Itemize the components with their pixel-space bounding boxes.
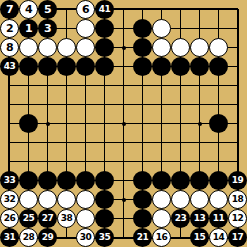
white-stone [171,38,190,57]
point-J13[interactable] [152,0,171,19]
point-H10[interactable] [133,57,152,76]
point-B1[interactable]: 28 [19,228,38,247]
point-A4[interactable]: 33 [0,171,19,190]
point-J1[interactable]: 16 [152,228,171,247]
black-stone [133,171,152,190]
point-K8[interactable] [171,95,190,114]
white-stone: 4 [19,0,38,19]
grid-line-vertical [218,9,219,19]
point-D11[interactable] [57,38,76,57]
point-B2[interactable]: 25 [19,209,38,228]
point-L7[interactable] [190,114,209,133]
point-A5[interactable] [0,152,19,171]
point-G10[interactable] [114,57,133,76]
point-C7[interactable] [38,114,57,133]
point-A2[interactable]: 26 [0,209,19,228]
point-A13[interactable]: 7 [0,0,19,19]
black-stone: 33 [0,171,19,190]
point-B8[interactable] [19,95,38,114]
grid-line-vertical [66,76,67,95]
grid-line-vertical [237,57,239,76]
point-F6[interactable] [95,133,114,152]
point-M2[interactable]: 11 [209,209,228,228]
point-F11[interactable] [95,38,114,57]
point-D10[interactable] [57,57,76,76]
point-M9[interactable] [209,76,228,95]
grid-line-vertical [237,152,239,171]
move-number: 28 [23,233,35,242]
point-G9[interactable] [114,76,133,95]
point-H9[interactable] [133,76,152,95]
point-D6[interactable] [57,133,76,152]
point-M1[interactable]: 14 [209,228,228,247]
point-C10[interactable] [38,57,57,76]
black-stone [76,171,95,190]
grid-line-vertical [104,152,105,171]
point-J5[interactable] [152,152,171,171]
white-stone [152,19,171,38]
point-K1[interactable] [171,228,190,247]
grid-line-vertical [104,133,105,152]
point-H13[interactable] [133,0,152,19]
black-stone: 31 [0,228,19,247]
grid-line-vertical [161,76,162,95]
point-G6[interactable] [114,133,133,152]
black-stone [133,57,152,76]
point-L4[interactable] [190,171,209,190]
point-C12[interactable]: 3 [38,19,57,38]
point-D4[interactable] [57,171,76,190]
white-stone [190,38,209,57]
point-A12[interactable]: 2 [0,19,19,38]
white-stone: 28 [19,228,38,247]
grid-line-vertical [66,152,67,171]
grid-line-vertical [199,133,200,152]
point-B9[interactable] [19,76,38,95]
black-stone: 5 [38,0,57,19]
point-N3[interactable]: 18 [228,190,247,209]
white-stone [38,190,57,209]
white-stone [76,19,95,38]
point-N5[interactable] [228,152,247,171]
point-K2[interactable]: 23 [171,209,190,228]
point-C1[interactable]: 29 [38,228,57,247]
grid-line-vertical [161,95,162,114]
grid-line-vertical [237,76,239,95]
point-N8[interactable] [228,95,247,114]
white-stone: 6 [76,0,95,19]
point-K7[interactable] [171,114,190,133]
black-stone [133,209,152,228]
point-J9[interactable] [152,76,171,95]
grid-line-vertical [161,9,162,19]
black-stone: 35 [95,228,114,247]
point-D5[interactable] [57,152,76,171]
point-A9[interactable] [0,76,19,95]
point-F7[interactable] [95,114,114,133]
white-stone [76,190,95,209]
point-G7[interactable] [114,114,133,133]
white-stone: 8 [0,38,19,57]
point-N13[interactable] [228,0,247,19]
point-A11[interactable]: 8 [0,38,19,57]
point-H11[interactable] [133,38,152,57]
point-N4[interactable]: 19 [228,171,247,190]
point-K9[interactable] [171,76,190,95]
point-B5[interactable] [19,152,38,171]
grid-line-vertical [161,133,162,152]
point-J8[interactable] [152,95,171,114]
point-J10[interactable] [152,57,171,76]
move-number: 30 [80,233,92,242]
point-M6[interactable] [209,133,228,152]
point-K13[interactable] [171,0,190,19]
point-C3[interactable] [38,190,57,209]
point-G2[interactable] [114,209,133,228]
black-stone: 13 [190,209,209,228]
grid-line-vertical [237,95,239,114]
grid-line-vertical [123,133,124,152]
point-J4[interactable] [152,171,171,190]
point-E10[interactable] [76,57,95,76]
point-K5[interactable] [171,152,190,171]
black-stone [57,57,76,76]
point-N9[interactable] [228,76,247,95]
point-E12[interactable] [76,19,95,38]
black-stone: 19 [228,171,247,190]
grid-line-vertical [85,95,86,114]
point-E3[interactable] [76,190,95,209]
grid-line-vertical [66,114,67,133]
point-H2[interactable] [133,209,152,228]
point-B13[interactable]: 4 [19,0,38,19]
point-C11[interactable] [38,38,57,57]
point-A8[interactable] [0,95,19,114]
black-stone: 21 [133,228,152,247]
point-N10[interactable] [228,57,247,76]
point-K3[interactable] [171,190,190,209]
grid-line-vertical [47,76,48,95]
black-stone [38,171,57,190]
white-stone: 18 [228,190,247,209]
point-G11[interactable] [114,38,133,57]
point-M4[interactable] [209,171,228,190]
grid-line-vertical [142,133,143,152]
point-F12[interactable] [95,19,114,38]
white-stone [209,38,228,57]
point-D8[interactable] [57,95,76,114]
point-C13[interactable]: 5 [38,0,57,19]
grid-line-vertical [8,76,10,95]
point-F1[interactable]: 35 [95,228,114,247]
point-C8[interactable] [38,95,57,114]
point-L1[interactable]: 15 [190,228,209,247]
point-M10[interactable] [209,57,228,76]
point-M3[interactable] [209,190,228,209]
point-G1[interactable] [114,228,133,247]
grid-line-vertical [123,57,124,76]
point-F4[interactable] [95,171,114,190]
white-stone: 12 [228,209,247,228]
point-L5[interactable] [190,152,209,171]
black-stone: 41 [95,0,114,19]
point-M8[interactable] [209,95,228,114]
black-stone [171,57,190,76]
white-stone [76,209,95,228]
point-H6[interactable] [133,133,152,152]
point-B7[interactable] [19,114,38,133]
grid-line-vertical [199,152,200,171]
point-B11[interactable] [19,38,38,57]
point-A6[interactable] [0,133,19,152]
point-C2[interactable]: 27 [38,209,57,228]
move-number: 1 [25,23,32,34]
grid-line-vertical [237,133,239,152]
point-A3[interactable]: 32 [0,190,19,209]
point-L11[interactable] [190,38,209,57]
move-number: 19 [232,176,244,185]
point-J7[interactable] [152,114,171,133]
point-E8[interactable] [76,95,95,114]
point-A10[interactable]: 43 [0,57,19,76]
point-M7[interactable] [209,114,228,133]
point-K12[interactable] [171,19,190,38]
point-E9[interactable] [76,76,95,95]
black-stone [133,190,152,209]
grid-line-vertical [123,9,124,19]
white-stone [152,38,171,57]
point-H5[interactable] [133,152,152,171]
point-C4[interactable] [38,171,57,190]
point-C9[interactable] [38,76,57,95]
grid-line-vertical [237,19,239,38]
grid-line-vertical [104,95,105,114]
move-number: 31 [4,233,16,242]
grid-line-horizontal [9,85,19,86]
grid-line-vertical [8,152,10,171]
point-J6[interactable] [152,133,171,152]
point-D12[interactable] [57,19,76,38]
grid-line-vertical [8,95,10,114]
point-K11[interactable] [171,38,190,57]
white-stone [190,190,209,209]
grid-line-vertical [237,114,239,133]
grid-line-vertical [8,133,10,152]
point-L6[interactable] [190,133,209,152]
point-G4[interactable] [114,171,133,190]
point-N2[interactable]: 12 [228,209,247,228]
point-F10[interactable] [95,57,114,76]
white-stone [19,190,38,209]
point-H7[interactable] [133,114,152,133]
grid-line-vertical [199,9,200,19]
point-D3[interactable] [57,190,76,209]
point-N6[interactable] [228,133,247,152]
point-G12[interactable] [114,19,133,38]
point-E4[interactable] [76,171,95,190]
grid-line-vertical [142,95,143,114]
grid-line-vertical [199,19,200,38]
point-N12[interactable] [228,19,247,38]
point-E7[interactable] [76,114,95,133]
point-K6[interactable] [171,133,190,152]
point-L13[interactable] [190,0,209,19]
grid-line-vertical [28,95,29,114]
move-number: 21 [137,233,149,242]
point-G8[interactable] [114,95,133,114]
point-E11[interactable] [76,38,95,57]
point-M12[interactable] [209,19,228,38]
point-D13[interactable] [57,0,76,19]
point-B12[interactable]: 1 [19,19,38,38]
star-point [122,46,126,50]
grid-line-vertical [123,228,124,238]
black-stone: 27 [38,209,57,228]
grid-line-vertical [180,228,181,238]
point-L9[interactable] [190,76,209,95]
move-number: 14 [213,233,225,242]
black-stone [95,57,114,76]
grid-line-vertical [66,19,67,38]
white-stone: 26 [0,209,19,228]
point-H8[interactable] [133,95,152,114]
point-D9[interactable] [57,76,76,95]
black-stone [209,57,228,76]
point-H12[interactable] [133,19,152,38]
grid-line-vertical [8,114,10,133]
grid-line-horizontal [9,161,19,162]
star-point [46,122,50,126]
grid-line-vertical [237,9,239,19]
point-L12[interactable] [190,19,209,38]
grid-line-vertical [47,152,48,171]
point-D7[interactable] [57,114,76,133]
grid-line-vertical [123,76,124,95]
point-J12[interactable] [152,19,171,38]
grid-line-vertical [47,133,48,152]
point-N1[interactable]: 17 [228,228,247,247]
move-number: 18 [232,195,244,204]
point-L2[interactable]: 13 [190,209,209,228]
point-F3[interactable] [95,190,114,209]
point-H4[interactable] [133,171,152,190]
point-K4[interactable] [171,171,190,190]
black-stone: 25 [19,209,38,228]
grid-line-horizontal [9,123,19,124]
white-stone [209,190,228,209]
black-stone: 17 [228,228,247,247]
move-number: 5 [44,4,51,15]
point-E13[interactable]: 6 [76,0,95,19]
move-number: 8 [6,42,13,53]
black-stone [95,19,114,38]
grid-line-vertical [85,76,86,95]
point-J2[interactable] [152,209,171,228]
point-H1[interactable]: 21 [133,228,152,247]
point-M11[interactable] [209,38,228,57]
point-G5[interactable] [114,152,133,171]
point-F9[interactable] [95,76,114,95]
point-F8[interactable] [95,95,114,114]
point-F5[interactable] [95,152,114,171]
move-number: 15 [194,233,206,242]
point-B10[interactable] [19,57,38,76]
point-J11[interactable] [152,38,171,57]
black-stone [19,114,38,133]
black-stone [57,171,76,190]
grid-line-vertical [161,114,162,133]
move-number: 25 [23,214,35,223]
move-number: 17 [232,233,244,242]
move-number: 2 [6,23,13,34]
point-L10[interactable] [190,57,209,76]
point-G13[interactable] [114,0,133,19]
move-number: 38 [61,214,73,223]
move-number: 12 [232,214,244,223]
point-A7[interactable] [0,114,19,133]
point-N7[interactable] [228,114,247,133]
black-stone: 1 [19,19,38,38]
grid-line-vertical [123,171,124,190]
grid-line-vertical [28,152,29,171]
point-F2[interactable] [95,209,114,228]
grid-line-vertical [123,209,124,228]
black-stone [133,38,152,57]
grid-line-vertical [180,76,181,95]
point-A1[interactable]: 31 [0,228,19,247]
point-B4[interactable] [19,171,38,190]
point-D2[interactable]: 38 [57,209,76,228]
point-K10[interactable] [171,57,190,76]
point-H3[interactable] [133,190,152,209]
point-G3[interactable] [114,190,133,209]
grid-line-vertical [85,133,86,152]
point-B3[interactable] [19,190,38,209]
black-stone [19,171,38,190]
black-stone [190,171,209,190]
point-E5[interactable] [76,152,95,171]
point-N11[interactable] [228,38,247,57]
move-number: 4 [25,4,32,15]
point-F13[interactable]: 41 [95,0,114,19]
go-board: 7456412138433319321826252738231311123128… [0,0,247,247]
point-C6[interactable] [38,133,57,152]
point-E6[interactable] [76,133,95,152]
grid-line-vertical [66,9,67,19]
black-stone [209,171,228,190]
move-number: 26 [4,214,16,223]
point-M13[interactable] [209,0,228,19]
point-L8[interactable] [190,95,209,114]
grid-line-vertical [237,38,239,57]
point-B6[interactable] [19,133,38,152]
black-stone [95,190,114,209]
point-D1[interactable] [57,228,76,247]
grid-line-vertical [142,114,143,133]
move-number: 32 [4,195,16,204]
move-number: 23 [175,214,187,223]
move-number: 11 [213,214,225,223]
point-E2[interactable] [76,209,95,228]
point-L3[interactable] [190,190,209,209]
point-E1[interactable]: 30 [76,228,95,247]
point-J3[interactable] [152,190,171,209]
grid-line-vertical [218,19,219,38]
point-C5[interactable] [38,152,57,171]
point-M5[interactable] [209,152,228,171]
grid-line-vertical [218,95,219,114]
grid-line-vertical [218,152,219,171]
